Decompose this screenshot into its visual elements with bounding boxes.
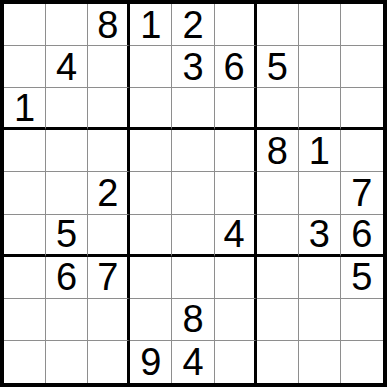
sudoku-cell-r4c4[interactable] <box>130 130 172 172</box>
sudoku-board: 8124365181275436675894 <box>0 0 387 387</box>
sudoku-cell-r7c6[interactable] <box>215 257 257 299</box>
sudoku-cell-r3c7[interactable] <box>257 88 299 130</box>
sudoku-cell-r8c3[interactable] <box>88 299 130 341</box>
sudoku-cell-r4c5[interactable] <box>172 130 214 172</box>
sudoku-cell-r4c2[interactable] <box>46 130 88 172</box>
sudoku-cell-r5c4[interactable] <box>130 172 172 214</box>
sudoku-cell-r3c4[interactable] <box>130 88 172 130</box>
sudoku-cell-r2c8[interactable] <box>299 46 341 88</box>
sudoku-cell-r6c1[interactable] <box>4 215 46 257</box>
sudoku-cell-r1c3[interactable]: 8 <box>88 4 130 46</box>
sudoku-cell-r9c6[interactable] <box>215 341 257 383</box>
sudoku-cell-r8c7[interactable] <box>257 299 299 341</box>
sudoku-cell-r8c5[interactable]: 8 <box>172 299 214 341</box>
sudoku-cell-r3c6[interactable] <box>215 88 257 130</box>
sudoku-cell-r9c3[interactable] <box>88 341 130 383</box>
sudoku-cell-r9c5[interactable]: 4 <box>172 341 214 383</box>
sudoku-cell-r2c4[interactable] <box>130 46 172 88</box>
sudoku-cell-r3c5[interactable] <box>172 88 214 130</box>
sudoku-cell-r1c2[interactable] <box>46 4 88 46</box>
sudoku-cell-r5c5[interactable] <box>172 172 214 214</box>
sudoku-cell-r1c9[interactable] <box>341 4 383 46</box>
sudoku-cell-r6c6[interactable]: 4 <box>215 215 257 257</box>
sudoku-cell-r8c1[interactable] <box>4 299 46 341</box>
sudoku-cell-r4c9[interactable] <box>341 130 383 172</box>
sudoku-cell-r8c9[interactable] <box>341 299 383 341</box>
sudoku-cell-r3c3[interactable] <box>88 88 130 130</box>
sudoku-cell-r5c1[interactable] <box>4 172 46 214</box>
sudoku-cell-r5c3[interactable]: 2 <box>88 172 130 214</box>
sudoku-cell-r3c2[interactable] <box>46 88 88 130</box>
sudoku-cell-r1c7[interactable] <box>257 4 299 46</box>
sudoku-cell-r2c2[interactable]: 4 <box>46 46 88 88</box>
sudoku-cell-r1c4[interactable]: 1 <box>130 4 172 46</box>
sudoku-cell-r1c5[interactable]: 2 <box>172 4 214 46</box>
sudoku-cell-r3c1[interactable]: 1 <box>4 88 46 130</box>
sudoku-cell-r4c6[interactable] <box>215 130 257 172</box>
sudoku-cell-r2c6[interactable]: 6 <box>215 46 257 88</box>
sudoku-cell-r2c3[interactable] <box>88 46 130 88</box>
sudoku-cell-r7c7[interactable] <box>257 257 299 299</box>
sudoku-cell-r9c8[interactable] <box>299 341 341 383</box>
sudoku-cell-r9c4[interactable]: 9 <box>130 341 172 383</box>
sudoku-cell-r4c1[interactable] <box>4 130 46 172</box>
sudoku-cell-r9c7[interactable] <box>257 341 299 383</box>
sudoku-cell-r6c9[interactable]: 6 <box>341 215 383 257</box>
sudoku-cell-r7c2[interactable]: 6 <box>46 257 88 299</box>
sudoku-cell-r6c3[interactable] <box>88 215 130 257</box>
sudoku-cell-r6c2[interactable]: 5 <box>46 215 88 257</box>
sudoku-cell-r2c7[interactable]: 5 <box>257 46 299 88</box>
sudoku-cell-r7c4[interactable] <box>130 257 172 299</box>
sudoku-cell-r5c6[interactable] <box>215 172 257 214</box>
sudoku-cell-r3c8[interactable] <box>299 88 341 130</box>
sudoku-cell-r2c5[interactable]: 3 <box>172 46 214 88</box>
sudoku-cell-r1c6[interactable] <box>215 4 257 46</box>
sudoku-cell-r7c9[interactable]: 5 <box>341 257 383 299</box>
sudoku-cell-r4c8[interactable]: 1 <box>299 130 341 172</box>
sudoku-cell-r5c7[interactable] <box>257 172 299 214</box>
sudoku-cell-r9c2[interactable] <box>46 341 88 383</box>
sudoku-cell-r5c9[interactable]: 7 <box>341 172 383 214</box>
sudoku-cell-r2c9[interactable] <box>341 46 383 88</box>
sudoku-cell-r7c1[interactable] <box>4 257 46 299</box>
sudoku-cell-r4c7[interactable]: 8 <box>257 130 299 172</box>
sudoku-cell-r1c1[interactable] <box>4 4 46 46</box>
sudoku-cell-r6c5[interactable] <box>172 215 214 257</box>
sudoku-cell-r8c6[interactable] <box>215 299 257 341</box>
sudoku-cell-r7c3[interactable]: 7 <box>88 257 130 299</box>
sudoku-cell-r6c7[interactable] <box>257 215 299 257</box>
sudoku-cell-r7c8[interactable] <box>299 257 341 299</box>
sudoku-cell-r4c3[interactable] <box>88 130 130 172</box>
sudoku-cell-r6c8[interactable]: 3 <box>299 215 341 257</box>
sudoku-cell-r8c8[interactable] <box>299 299 341 341</box>
sudoku-cell-r5c8[interactable] <box>299 172 341 214</box>
sudoku-cell-r8c2[interactable] <box>46 299 88 341</box>
sudoku-cell-r1c8[interactable] <box>299 4 341 46</box>
sudoku-cell-r6c4[interactable] <box>130 215 172 257</box>
sudoku-cell-r3c9[interactable] <box>341 88 383 130</box>
sudoku-cell-r2c1[interactable] <box>4 46 46 88</box>
sudoku-cell-r9c9[interactable] <box>341 341 383 383</box>
sudoku-cell-r7c5[interactable] <box>172 257 214 299</box>
sudoku-cell-r8c4[interactable] <box>130 299 172 341</box>
sudoku-cell-r5c2[interactable] <box>46 172 88 214</box>
sudoku-cell-r9c1[interactable] <box>4 341 46 383</box>
